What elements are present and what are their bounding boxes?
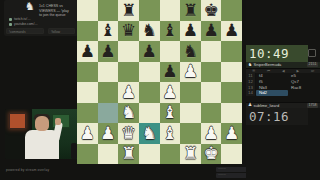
square-a6[interactable]: ♟: [77, 41, 98, 62]
stream-screenshot: ♞ 1v1 CHESS vs VIEWERS — !play to join t…: [0, 0, 320, 180]
twitch-icon: [9, 18, 12, 21]
piece-wn-c3[interactable]: ♞: [121, 104, 136, 121]
square-d4[interactable]: [139, 82, 160, 103]
piece-wq-c2[interactable]: ♛: [121, 125, 136, 142]
square-h1[interactable]: [221, 144, 242, 165]
square-b6[interactable]: ♟: [98, 41, 119, 62]
social-row-2-label: youtube.com/…: [14, 22, 38, 26]
player-pawn-icon: ♟: [248, 103, 252, 108]
player-rating-badge: 1758: [307, 103, 318, 108]
opponent-rating-badge: 2151: [307, 62, 318, 67]
player-name[interactable]: sublime_lizard: [254, 103, 280, 108]
square-g8[interactable]: ♚: [201, 0, 222, 21]
square-d3[interactable]: [139, 103, 160, 124]
square-g5[interactable]: [201, 62, 222, 83]
webcam-orange-picture: [9, 113, 26, 129]
square-f2[interactable]: [180, 123, 201, 144]
square-h7[interactable]: ♟: [221, 21, 242, 42]
square-c2[interactable]: ♛: [118, 123, 139, 144]
square-b4[interactable]: [98, 82, 119, 103]
player-clock: 07:16: [246, 108, 308, 125]
piece-wb-e3[interactable]: ♝: [162, 104, 177, 121]
youtube-icon: [9, 23, 12, 26]
opponent-name[interactable]: SniperBermuda: [254, 62, 282, 67]
square-e6[interactable]: [160, 41, 181, 62]
square-d1[interactable]: [139, 144, 160, 165]
expand-icon[interactable]: [308, 49, 316, 57]
webcam-person-body: [25, 130, 59, 159]
square-f7[interactable]: ♟: [180, 21, 201, 42]
piece-wp-g2[interactable]: ♟: [203, 125, 218, 142]
square-a5[interactable]: [77, 62, 98, 83]
square-c6[interactable]: [118, 41, 139, 62]
webcam-person-face: [35, 116, 49, 131]
piece-bp-f7[interactable]: ♟: [183, 22, 198, 39]
square-h4[interactable]: [221, 82, 242, 103]
square-g3[interactable]: [201, 103, 222, 124]
square-c5[interactable]: [118, 62, 139, 83]
piece-wr-f1[interactable]: ♜: [183, 145, 198, 162]
square-e1[interactable]: [160, 144, 181, 165]
piece-wp-a2[interactable]: ♟: [80, 125, 95, 142]
square-c3[interactable]: ♞: [118, 103, 139, 124]
stream-title-line2: to join the queue: [39, 13, 78, 18]
move-14-black[interactable]: [288, 90, 320, 96]
square-b2[interactable]: ♟: [98, 123, 119, 144]
square-d5[interactable]: [139, 62, 160, 83]
square-b5[interactable]: [98, 62, 119, 83]
under-board-pill-2: ———: [216, 173, 247, 178]
square-h5[interactable]: [221, 62, 242, 83]
square-g2[interactable]: ♟: [201, 123, 222, 144]
piece-bn-d7[interactable]: ♞: [142, 22, 157, 39]
square-g1[interactable]: ♚: [201, 144, 222, 165]
square-g4[interactable]: [201, 82, 222, 103]
square-h3[interactable]: [221, 103, 242, 124]
piece-bk-g8[interactable]: ♚: [203, 2, 218, 19]
social-row-2: youtube.com/…: [9, 22, 38, 26]
chess-board: ♜♜♚♝♛♞♝♟♟♟♟♟♟♞♟♟♟♟♞♝♟♟♛♞♝♟♟♜♜♚: [77, 0, 242, 164]
square-b7[interactable]: ♝: [98, 21, 119, 42]
piece-bq-c7[interactable]: ♛: [121, 22, 136, 39]
square-b8[interactable]: [98, 0, 119, 21]
square-e7[interactable]: ♝: [160, 21, 181, 42]
square-h8[interactable]: [221, 0, 242, 21]
social-row-1: twitch.tv/…: [9, 17, 31, 21]
piece-wp-b2[interactable]: ♟: [100, 125, 115, 142]
piece-wn-d2[interactable]: ♞: [142, 125, 157, 142]
square-a8[interactable]: [77, 0, 98, 21]
webcam-person-hand: [55, 118, 61, 125]
social-row-1-label: twitch.tv/…: [14, 17, 31, 21]
square-g7[interactable]: ♟: [201, 21, 222, 42]
square-b3[interactable]: [98, 103, 119, 124]
square-c8[interactable]: ♜: [118, 0, 139, 21]
square-a1[interactable]: [77, 144, 98, 165]
piece-br-c8[interactable]: ♜: [121, 2, 136, 19]
square-d7[interactable]: ♞: [139, 21, 160, 42]
square-a3[interactable]: [77, 103, 98, 124]
square-c1[interactable]: ♜: [118, 144, 139, 165]
piece-wb-e2[interactable]: ♝: [162, 125, 177, 142]
under-board-pill-1: ———: [216, 167, 247, 172]
piece-wr-c1[interactable]: ♜: [121, 145, 136, 162]
opponent-clock: 10:49: [246, 45, 308, 62]
square-e5[interactable]: ♟: [160, 62, 181, 83]
square-d2[interactable]: ♞: [139, 123, 160, 144]
piece-wp-e4[interactable]: ♟: [162, 84, 177, 101]
square-b1[interactable]: [98, 144, 119, 165]
square-a7[interactable]: [77, 21, 98, 42]
square-h6[interactable]: [221, 41, 242, 62]
square-f5[interactable]: ♟: [180, 62, 201, 83]
webcam: [5, 109, 78, 159]
square-a2[interactable]: ♟: [77, 123, 98, 144]
piece-wp-f5[interactable]: ♟: [183, 63, 198, 80]
square-f8[interactable]: ♜: [180, 0, 201, 21]
square-e8[interactable]: [160, 0, 181, 21]
follow-pill: !follow: [48, 28, 75, 34]
square-f6[interactable]: ♞: [180, 41, 201, 62]
piece-bp-d6[interactable]: ♟: [142, 43, 157, 60]
square-f1[interactable]: ♜: [180, 144, 201, 165]
square-a4[interactable]: [77, 82, 98, 103]
piece-bp-b6[interactable]: ♟: [100, 43, 115, 60]
square-d8[interactable]: [139, 0, 160, 21]
piece-wp-h2[interactable]: ♟: [224, 125, 239, 142]
square-f3[interactable]: [180, 103, 201, 124]
square-e4[interactable]: ♟: [160, 82, 181, 103]
piece-wk-g1[interactable]: ♚: [203, 145, 218, 162]
piece-bp-g7[interactable]: ♟: [203, 22, 218, 39]
square-c7[interactable]: ♛: [118, 21, 139, 42]
stream-title-line1: 1v1 CHESS vs VIEWERS — !play: [39, 4, 78, 13]
webcam-caption: powered by stream overlay: [6, 168, 49, 172]
piece-bp-h7[interactable]: ♟: [224, 22, 239, 39]
square-c4[interactable]: ♟: [118, 82, 139, 103]
square-g6[interactable]: [201, 41, 222, 62]
piece-br-f8[interactable]: ♜: [183, 2, 198, 19]
piece-bp-a6[interactable]: ♟: [80, 43, 95, 60]
square-e2[interactable]: ♝: [160, 123, 181, 144]
move-number-14: 14: [246, 90, 256, 96]
square-h2[interactable]: ♟: [221, 123, 242, 144]
stream-overlay-panel: ♞ 1v1 CHESS vs VIEWERS — !play to join t…: [4, 0, 78, 36]
piece-bb-b7[interactable]: ♝: [100, 22, 115, 39]
square-d6[interactable]: ♟: [139, 41, 160, 62]
piece-bp-e5[interactable]: ♟: [162, 63, 177, 80]
move-list: 11f4e512f5Qc713Nb3Rac814Nd2: [246, 73, 320, 96]
stream-title: 1v1 CHESS vs VIEWERS — !play to join the…: [39, 4, 78, 18]
opponent-knight-icon: ♞: [248, 63, 252, 68]
move-14-white[interactable]: Nd2: [256, 90, 288, 96]
knight-logo-icon: ♞: [25, 1, 35, 12]
square-e3[interactable]: ♝: [160, 103, 181, 124]
game-panel: 10:49 ♞ SniperBermuda 2151 ☰⏮◀▶⏭ 11f4e51…: [246, 0, 320, 180]
square-f4[interactable]: [180, 82, 201, 103]
piece-bb-e7[interactable]: ♝: [162, 22, 177, 39]
piece-bn-f6[interactable]: ♞: [183, 43, 198, 60]
piece-wp-c4[interactable]: ♟: [121, 84, 136, 101]
commands-pill: !commands: [6, 28, 44, 34]
